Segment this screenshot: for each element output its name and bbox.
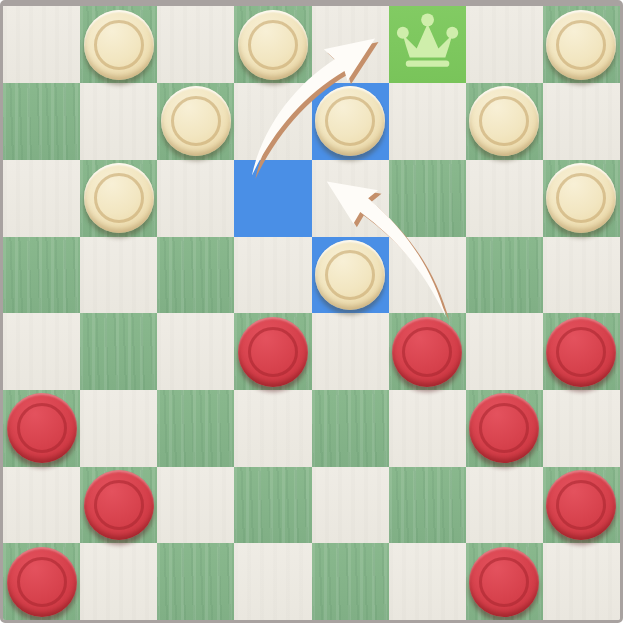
- square-d6[interactable]: [234, 160, 311, 237]
- square-g2[interactable]: [466, 467, 543, 544]
- square-h1[interactable]: [543, 543, 620, 620]
- square-f1[interactable]: [389, 543, 466, 620]
- square-h3[interactable]: [543, 390, 620, 467]
- white-piece-b8[interactable]: [84, 10, 154, 80]
- square-b4[interactable]: [80, 313, 157, 390]
- square-d3[interactable]: [234, 390, 311, 467]
- square-g1[interactable]: [466, 543, 543, 620]
- white-piece-b6[interactable]: [84, 163, 154, 233]
- square-f3[interactable]: [389, 390, 466, 467]
- white-piece-c7[interactable]: [161, 86, 231, 156]
- red-piece-g3[interactable]: [469, 393, 539, 463]
- square-g4[interactable]: [466, 313, 543, 390]
- checkers-board-frame: [0, 0, 623, 623]
- square-g3[interactable]: [466, 390, 543, 467]
- square-a4[interactable]: [3, 313, 80, 390]
- white-piece-d8[interactable]: [238, 10, 308, 80]
- red-piece-a1[interactable]: [7, 547, 77, 617]
- red-piece-b2[interactable]: [84, 470, 154, 540]
- square-c2[interactable]: [157, 467, 234, 544]
- red-piece-d4[interactable]: [238, 317, 308, 387]
- square-a1[interactable]: [3, 543, 80, 620]
- square-c5[interactable]: [157, 237, 234, 314]
- square-f7[interactable]: [389, 83, 466, 160]
- square-d1[interactable]: [234, 543, 311, 620]
- square-b2[interactable]: [80, 467, 157, 544]
- square-c8[interactable]: [157, 6, 234, 83]
- square-f4[interactable]: [389, 313, 466, 390]
- checkers-board: [3, 6, 620, 620]
- square-e2[interactable]: [312, 467, 389, 544]
- square-g6[interactable]: [466, 160, 543, 237]
- square-g8[interactable]: [466, 6, 543, 83]
- square-f8[interactable]: [389, 6, 466, 83]
- white-piece-h6[interactable]: [546, 163, 616, 233]
- square-d4[interactable]: [234, 313, 311, 390]
- square-e7[interactable]: [312, 83, 389, 160]
- square-g7[interactable]: [466, 83, 543, 160]
- square-h7[interactable]: [543, 83, 620, 160]
- square-b1[interactable]: [80, 543, 157, 620]
- square-g5[interactable]: [466, 237, 543, 314]
- square-f5[interactable]: [389, 237, 466, 314]
- square-b3[interactable]: [80, 390, 157, 467]
- square-b7[interactable]: [80, 83, 157, 160]
- square-b8[interactable]: [80, 6, 157, 83]
- square-c1[interactable]: [157, 543, 234, 620]
- square-a6[interactable]: [3, 160, 80, 237]
- square-e5[interactable]: [312, 237, 389, 314]
- square-f2[interactable]: [389, 467, 466, 544]
- square-h8[interactable]: [543, 6, 620, 83]
- red-piece-a3[interactable]: [7, 393, 77, 463]
- square-h6[interactable]: [543, 160, 620, 237]
- square-c4[interactable]: [157, 313, 234, 390]
- square-d5[interactable]: [234, 237, 311, 314]
- square-e1[interactable]: [312, 543, 389, 620]
- white-piece-h8[interactable]: [546, 10, 616, 80]
- crown-icon: [389, 6, 466, 83]
- red-piece-f4[interactable]: [392, 317, 462, 387]
- square-h2[interactable]: [543, 467, 620, 544]
- red-piece-h2[interactable]: [546, 470, 616, 540]
- square-e6[interactable]: [312, 160, 389, 237]
- square-a3[interactable]: [3, 390, 80, 467]
- square-b6[interactable]: [80, 160, 157, 237]
- white-piece-g7[interactable]: [469, 86, 539, 156]
- square-c6[interactable]: [157, 160, 234, 237]
- square-f6[interactable]: [389, 160, 466, 237]
- red-piece-h4[interactable]: [546, 317, 616, 387]
- square-d8[interactable]: [234, 6, 311, 83]
- square-a5[interactable]: [3, 237, 80, 314]
- square-c3[interactable]: [157, 390, 234, 467]
- square-d7[interactable]: [234, 83, 311, 160]
- square-e3[interactable]: [312, 390, 389, 467]
- white-piece-e5[interactable]: [315, 240, 385, 310]
- square-c7[interactable]: [157, 83, 234, 160]
- square-h4[interactable]: [543, 313, 620, 390]
- square-a8[interactable]: [3, 6, 80, 83]
- white-piece-e7[interactable]: [315, 86, 385, 156]
- square-a7[interactable]: [3, 83, 80, 160]
- square-h5[interactable]: [543, 237, 620, 314]
- red-piece-g1[interactable]: [469, 547, 539, 617]
- square-a2[interactable]: [3, 467, 80, 544]
- square-e4[interactable]: [312, 313, 389, 390]
- square-b5[interactable]: [80, 237, 157, 314]
- square-e8[interactable]: [312, 6, 389, 83]
- square-d2[interactable]: [234, 467, 311, 544]
